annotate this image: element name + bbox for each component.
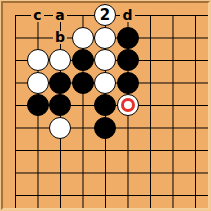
point-1-7[interactable] <box>4 139 27 162</box>
point-3-5[interactable] <box>49 94 72 117</box>
go-diagram: ca2db <box>0 0 211 211</box>
black-stone <box>94 94 116 116</box>
black-stone <box>72 72 94 94</box>
point-2-4[interactable] <box>26 71 49 94</box>
point-2-8[interactable] <box>26 161 49 184</box>
point-7-7[interactable] <box>139 139 162 162</box>
point-1-2[interactable] <box>4 26 27 49</box>
point-3-3[interactable] <box>49 49 72 72</box>
point-7-3[interactable] <box>139 49 162 72</box>
point-9-8[interactable] <box>184 161 207 184</box>
point-2-6[interactable] <box>26 116 49 139</box>
point-4-2[interactable] <box>71 26 94 49</box>
point-2-7[interactable] <box>26 139 49 162</box>
point-1-3[interactable] <box>4 49 27 72</box>
point-1-4[interactable] <box>4 71 27 94</box>
point-8-5[interactable] <box>161 94 184 117</box>
point-9-1[interactable] <box>184 4 207 27</box>
black-stone <box>49 94 71 116</box>
point-4-1[interactable] <box>71 4 94 27</box>
point-6-5[interactable] <box>116 94 139 117</box>
black-stone <box>117 49 139 71</box>
point-3-8[interactable] <box>49 161 72 184</box>
point-2-9[interactable] <box>26 184 49 207</box>
white-stone <box>49 49 71 71</box>
circle-marker <box>121 98 135 112</box>
black-stone <box>117 72 139 94</box>
white-stone <box>94 27 116 49</box>
point-9-2[interactable] <box>184 26 207 49</box>
point-5-6[interactable] <box>94 116 117 139</box>
point-5-1[interactable]: 2 <box>94 4 117 27</box>
point-8-6[interactable] <box>161 116 184 139</box>
point-4-5[interactable] <box>71 94 94 117</box>
white-stone <box>27 72 49 94</box>
point-5-5[interactable] <box>94 94 117 117</box>
point-3-2[interactable]: b <box>49 26 72 49</box>
board-points: ca2db <box>4 4 207 207</box>
point-7-5[interactable] <box>139 94 162 117</box>
point-4-9[interactable] <box>71 184 94 207</box>
point-6-7[interactable] <box>116 139 139 162</box>
point-5-8[interactable] <box>94 161 117 184</box>
point-2-5[interactable] <box>26 94 49 117</box>
black-stone <box>72 49 94 71</box>
point-3-4[interactable] <box>49 71 72 94</box>
point-9-5[interactable] <box>184 94 207 117</box>
point-label-d: d <box>120 9 134 22</box>
point-6-8[interactable] <box>116 161 139 184</box>
white-stone <box>94 49 116 71</box>
point-9-4[interactable] <box>184 71 207 94</box>
point-4-6[interactable] <box>71 116 94 139</box>
point-5-3[interactable] <box>94 49 117 72</box>
point-1-5[interactable] <box>4 94 27 117</box>
point-5-7[interactable] <box>94 139 117 162</box>
point-label-c: c <box>31 9 43 22</box>
point-5-9[interactable] <box>94 184 117 207</box>
point-7-1[interactable] <box>139 4 162 27</box>
point-3-9[interactable] <box>49 184 72 207</box>
point-8-8[interactable] <box>161 161 184 184</box>
point-6-9[interactable] <box>116 184 139 207</box>
point-7-2[interactable] <box>139 26 162 49</box>
move-number: 2 <box>100 7 110 22</box>
point-8-7[interactable] <box>161 139 184 162</box>
point-8-1[interactable] <box>161 4 184 27</box>
black-stone <box>49 72 71 94</box>
point-2-3[interactable] <box>26 49 49 72</box>
point-8-3[interactable] <box>161 49 184 72</box>
point-8-9[interactable] <box>161 184 184 207</box>
white-stone <box>94 72 116 94</box>
point-3-7[interactable] <box>49 139 72 162</box>
point-9-7[interactable] <box>184 139 207 162</box>
point-3-1[interactable]: a <box>49 4 72 27</box>
point-3-6[interactable] <box>49 116 72 139</box>
point-1-1[interactable] <box>4 4 27 27</box>
point-7-9[interactable] <box>139 184 162 207</box>
white-stone <box>27 49 49 71</box>
point-1-8[interactable] <box>4 161 27 184</box>
point-1-9[interactable] <box>4 184 27 207</box>
point-6-6[interactable] <box>116 116 139 139</box>
point-6-2[interactable] <box>116 26 139 49</box>
point-1-6[interactable] <box>4 116 27 139</box>
point-4-4[interactable] <box>71 71 94 94</box>
point-2-2[interactable] <box>26 26 49 49</box>
point-4-7[interactable] <box>71 139 94 162</box>
black-stone <box>94 117 116 139</box>
point-label-b: b <box>53 31 67 44</box>
white-stone <box>72 27 94 49</box>
point-9-6[interactable] <box>184 116 207 139</box>
point-label-a: a <box>53 9 66 22</box>
point-8-2[interactable] <box>161 26 184 49</box>
point-6-4[interactable] <box>116 71 139 94</box>
point-8-4[interactable] <box>161 71 184 94</box>
point-4-3[interactable] <box>71 49 94 72</box>
white-stone <box>117 94 139 116</box>
white-stone: 2 <box>94 4 116 26</box>
point-6-1[interactable]: d <box>116 4 139 27</box>
point-5-2[interactable] <box>94 26 117 49</box>
point-7-4[interactable] <box>139 71 162 94</box>
point-2-1[interactable]: c <box>26 4 49 27</box>
point-9-9[interactable] <box>184 184 207 207</box>
point-6-3[interactable] <box>116 49 139 72</box>
point-5-4[interactable] <box>94 71 117 94</box>
point-7-8[interactable] <box>139 161 162 184</box>
point-7-6[interactable] <box>139 116 162 139</box>
black-stone <box>27 94 49 116</box>
point-4-8[interactable] <box>71 161 94 184</box>
white-stone <box>49 117 71 139</box>
black-stone <box>117 27 139 49</box>
point-9-3[interactable] <box>184 49 207 72</box>
